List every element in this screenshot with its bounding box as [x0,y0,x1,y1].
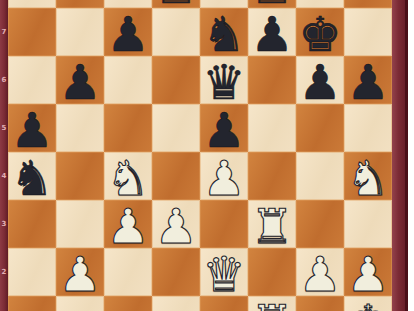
white-rook-f3[interactable]: ♜ [250,202,293,250]
square-f6[interactable] [248,56,296,104]
square-e5[interactable]: ♟ [200,104,248,152]
square-a2[interactable] [8,248,56,296]
square-d8[interactable]: ♜ [152,0,200,8]
black-queen-e6[interactable]: ♛ [202,58,245,106]
square-f1[interactable]: ♜ [248,296,296,311]
square-b3[interactable] [56,200,104,248]
rank-label-3: 3 [0,220,8,228]
square-d6[interactable] [152,56,200,104]
white-king-h1[interactable]: ♚ [346,298,389,311]
square-a5[interactable]: ♟ [8,104,56,152]
square-h5[interactable] [344,104,392,152]
square-h3[interactable] [344,200,392,248]
black-pawn-a5[interactable]: ♟ [10,106,53,154]
square-d2[interactable] [152,248,200,296]
square-a8[interactable] [8,0,56,8]
square-g7[interactable]: ♚ [296,8,344,56]
black-pawn-g6[interactable]: ♟ [298,58,341,106]
square-a1[interactable] [8,296,56,311]
square-f7[interactable]: ♟ [248,8,296,56]
rank-label-2: 2 [0,268,8,276]
white-queen-e2[interactable]: ♛ [202,250,245,298]
black-pawn-h6[interactable]: ♟ [346,58,389,106]
white-pawn-e4[interactable]: ♟ [202,154,245,202]
square-c4[interactable]: ♞ [104,152,152,200]
square-c5[interactable] [104,104,152,152]
square-c1[interactable] [104,296,152,311]
square-g3[interactable] [296,200,344,248]
black-pawn-f7[interactable]: ♟ [250,10,293,58]
square-a4[interactable]: ♞ [8,152,56,200]
square-e1[interactable] [200,296,248,311]
square-g5[interactable] [296,104,344,152]
square-h8[interactable] [344,0,392,8]
square-d1[interactable] [152,296,200,311]
board-border-right [392,0,405,311]
white-pawn-b2[interactable]: ♟ [58,250,101,298]
square-a3[interactable] [8,200,56,248]
square-c2[interactable] [104,248,152,296]
rank-labels: 87654321 [0,0,8,311]
square-e4[interactable]: ♟ [200,152,248,200]
square-f3[interactable]: ♜ [248,200,296,248]
black-knight-a4[interactable]: ♞ [10,154,53,202]
page-margin [408,0,414,311]
square-b1[interactable] [56,296,104,311]
rank-label-6: 6 [0,76,8,84]
square-c3[interactable]: ♟ [104,200,152,248]
black-pawn-c7[interactable]: ♟ [106,10,149,58]
square-d4[interactable] [152,152,200,200]
square-b8[interactable] [56,0,104,8]
black-knight-e7[interactable]: ♞ [202,10,245,58]
square-h4[interactable]: ♞ [344,152,392,200]
square-h6[interactable]: ♟ [344,56,392,104]
square-g2[interactable]: ♟ [296,248,344,296]
white-knight-h4[interactable]: ♞ [346,154,389,202]
black-king-g7[interactable]: ♚ [298,10,341,58]
square-h1[interactable]: ♚ [344,296,392,311]
square-d7[interactable] [152,8,200,56]
rank-label-4: 4 [0,172,8,180]
square-d5[interactable] [152,104,200,152]
square-g4[interactable] [296,152,344,200]
square-e7[interactable]: ♞ [200,8,248,56]
white-pawn-g2[interactable]: ♟ [298,250,341,298]
square-a7[interactable] [8,8,56,56]
square-e2[interactable]: ♛ [200,248,248,296]
square-e3[interactable] [200,200,248,248]
square-c7[interactable]: ♟ [104,8,152,56]
white-pawn-c3[interactable]: ♟ [106,202,149,250]
black-pawn-e5[interactable]: ♟ [202,106,245,154]
square-h7[interactable] [344,8,392,56]
chess-diagram: ♜♜♟♞♟♚♟♛♟♟♟♟♞♞♟♞♟♟♜♟♛♟♟♜♚ 87654321 [0,0,414,311]
square-h2[interactable]: ♟ [344,248,392,296]
square-f5[interactable] [248,104,296,152]
white-pawn-h2[interactable]: ♟ [346,250,389,298]
square-b4[interactable] [56,152,104,200]
square-b2[interactable]: ♟ [56,248,104,296]
rank-label-5: 5 [0,124,8,132]
square-g6[interactable]: ♟ [296,56,344,104]
square-f4[interactable] [248,152,296,200]
white-pawn-d3[interactable]: ♟ [154,202,197,250]
square-e6[interactable]: ♛ [200,56,248,104]
square-g1[interactable] [296,296,344,311]
white-knight-c4[interactable]: ♞ [106,154,149,202]
rank-label-7: 7 [0,28,8,36]
square-f2[interactable] [248,248,296,296]
square-b5[interactable] [56,104,104,152]
square-b6[interactable]: ♟ [56,56,104,104]
black-pawn-b6[interactable]: ♟ [58,58,101,106]
square-d3[interactable]: ♟ [152,200,200,248]
square-b7[interactable] [56,8,104,56]
chess-board: ♜♜♟♞♟♚♟♛♟♟♟♟♞♞♟♞♟♟♜♟♛♟♟♜♚ [8,0,392,311]
white-rook-f1[interactable]: ♜ [250,298,293,311]
square-a6[interactable] [8,56,56,104]
square-c6[interactable] [104,56,152,104]
